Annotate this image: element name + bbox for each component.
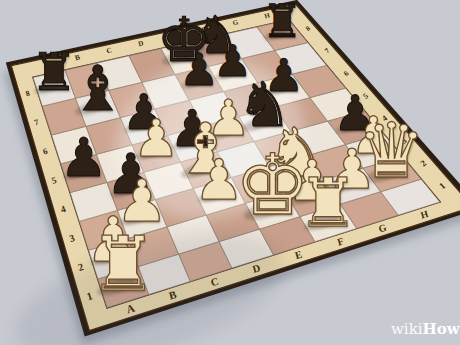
piece-white-rook-f1[interactable]: ♜ <box>294 169 362 237</box>
watermark-wiki: wiki <box>391 320 423 338</box>
piece-black-pawn-e7[interactable]: ♟ <box>177 48 221 92</box>
piece-white-rook-a1[interactable]: ♜ <box>85 227 160 302</box>
pieces-layer: ♜♞♚♟♟♜♟♝♞♟♟♟♟♟♟♝♟♞♛♟♟♟♟♚♟♜♟♜ <box>0 0 460 345</box>
wikihow-watermark: wikiHow <box>382 318 460 339</box>
watermark-how: How <box>423 320 460 338</box>
piece-black-rook-h8[interactable]: ♜ <box>259 0 304 44</box>
scene: ABCDEFGHABCDEFGH1234567812345678 ♜♞♚♟♟♜♟… <box>0 0 460 345</box>
